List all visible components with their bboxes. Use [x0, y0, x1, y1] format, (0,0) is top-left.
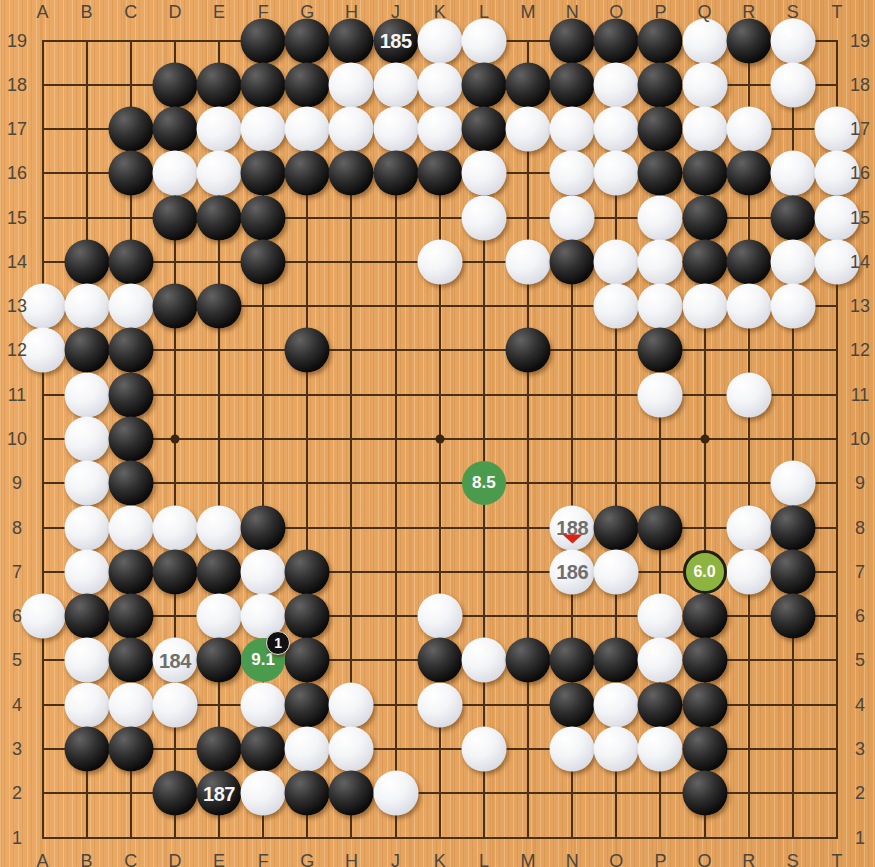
grid-line-vertical — [527, 40, 529, 839]
row-label-right: 13 — [850, 296, 870, 317]
stone-black-C12 — [108, 328, 153, 373]
stone-white-L15 — [461, 195, 506, 240]
row-label-left: 7 — [12, 561, 22, 582]
column-label-bottom: K — [434, 851, 446, 867]
row-label-left: 13 — [7, 296, 27, 317]
stone-white-O7 — [594, 549, 639, 594]
stone-white-P15 — [638, 195, 683, 240]
row-label-left: 16 — [7, 163, 27, 184]
ai-suggestion-L9[interactable]: 8.5 — [462, 461, 506, 505]
stone-white-O18 — [594, 62, 639, 107]
stone-black-F15 — [241, 195, 286, 240]
stone-black-C11 — [108, 372, 153, 417]
stone-black-G16 — [285, 151, 330, 196]
stone-white-B10 — [64, 417, 109, 462]
column-label-bottom: O — [609, 851, 623, 867]
stone-white-G17 — [285, 107, 330, 152]
stone-white-L5 — [461, 638, 506, 683]
stone-black-M18 — [506, 62, 551, 107]
stone-white-R11 — [726, 372, 771, 417]
stone-black-C14 — [108, 239, 153, 284]
stone-black-D7 — [152, 549, 197, 594]
column-label-bottom: G — [300, 851, 314, 867]
row-label-left: 5 — [12, 650, 22, 671]
stone-white-L3 — [461, 726, 506, 771]
ai-sequence-badge: 1 — [266, 631, 290, 655]
star-point — [170, 435, 179, 444]
stone-black-G12 — [285, 328, 330, 373]
move-number-label: 186 — [556, 562, 588, 582]
stone-white-N8: 188 — [550, 505, 595, 550]
stone-black-O19 — [594, 18, 639, 63]
row-label-right: 10 — [850, 429, 870, 450]
stone-black-R19 — [726, 18, 771, 63]
stone-white-N17 — [550, 107, 595, 152]
stone-black-N19 — [550, 18, 595, 63]
stone-white-P14 — [638, 239, 683, 284]
stone-black-B3 — [64, 726, 109, 771]
stone-black-G19 — [285, 18, 330, 63]
stone-white-E16 — [197, 151, 242, 196]
column-label-bottom: B — [81, 851, 93, 867]
column-label-bottom: J — [391, 851, 400, 867]
stone-white-P13 — [638, 284, 683, 329]
stone-black-P4 — [638, 682, 683, 727]
column-label-bottom: R — [742, 851, 755, 867]
stone-white-D16 — [152, 151, 197, 196]
move-number-label: 187 — [203, 783, 235, 803]
row-label-right: 18 — [850, 74, 870, 95]
stone-black-D18 — [152, 62, 197, 107]
stone-black-G5 — [285, 638, 330, 683]
row-label-left: 3 — [12, 738, 22, 759]
stone-white-F17 — [241, 107, 286, 152]
stone-black-S7 — [770, 549, 815, 594]
stone-white-Q17 — [682, 107, 727, 152]
stone-black-Q14 — [682, 239, 727, 284]
stone-white-E17 — [197, 107, 242, 152]
stone-white-L16 — [461, 151, 506, 196]
stone-black-E15 — [197, 195, 242, 240]
stone-black-B12 — [64, 328, 109, 373]
stone-white-B5 — [64, 638, 109, 683]
row-label-right: 9 — [855, 473, 865, 494]
stone-black-G2 — [285, 771, 330, 816]
stone-white-K4 — [417, 682, 462, 727]
column-label-top: C — [124, 2, 137, 23]
stone-black-N14 — [550, 239, 595, 284]
stone-white-H17 — [329, 107, 374, 152]
column-label-top: B — [81, 2, 93, 23]
stone-white-L19 — [461, 18, 506, 63]
stone-white-D4 — [152, 682, 197, 727]
stone-white-K17 — [417, 107, 462, 152]
column-label-top: S — [787, 2, 799, 23]
row-label-right: 14 — [850, 251, 870, 272]
column-label-top: G — [300, 2, 314, 23]
row-label-right: 16 — [850, 163, 870, 184]
stone-black-F19 — [241, 18, 286, 63]
stone-white-M14 — [506, 239, 551, 284]
stone-black-F18 — [241, 62, 286, 107]
stone-black-C5 — [108, 638, 153, 683]
stone-black-Q6 — [682, 594, 727, 639]
stone-white-Q18 — [682, 62, 727, 107]
column-label-top: L — [479, 2, 489, 23]
row-label-left: 9 — [12, 473, 22, 494]
row-label-right: 3 — [855, 738, 865, 759]
row-label-right: 5 — [855, 650, 865, 671]
stone-black-H2 — [329, 771, 374, 816]
row-label-right: 17 — [850, 119, 870, 140]
stone-white-Q13 — [682, 284, 727, 329]
stone-black-E7 — [197, 549, 242, 594]
column-label-top: D — [168, 2, 181, 23]
stone-white-G3 — [285, 726, 330, 771]
row-label-right: 1 — [855, 827, 865, 848]
stone-black-O8 — [594, 505, 639, 550]
row-label-left: 6 — [12, 606, 22, 627]
stone-black-Q4 — [682, 682, 727, 727]
stone-white-R13 — [726, 284, 771, 329]
column-label-top: J — [391, 2, 400, 23]
row-label-left: 2 — [12, 783, 22, 804]
column-label-top: N — [566, 2, 579, 23]
stone-black-F3 — [241, 726, 286, 771]
column-label-bottom: E — [213, 851, 225, 867]
star-point — [700, 435, 709, 444]
column-label-bottom: P — [654, 851, 666, 867]
stone-white-M17 — [506, 107, 551, 152]
stone-black-R14 — [726, 239, 771, 284]
stone-black-P17 — [638, 107, 683, 152]
stone-white-P3 — [638, 726, 683, 771]
row-label-left: 14 — [7, 251, 27, 272]
stone-white-B7 — [64, 549, 109, 594]
column-label-bottom: F — [258, 851, 269, 867]
stone-white-H4 — [329, 682, 374, 727]
stone-white-K19 — [417, 18, 462, 63]
row-label-left: 19 — [7, 30, 27, 51]
stone-white-N16 — [550, 151, 595, 196]
column-label-top: E — [213, 2, 225, 23]
stone-white-F7 — [241, 549, 286, 594]
stone-black-M5 — [506, 638, 551, 683]
stone-white-O13 — [594, 284, 639, 329]
row-label-left: 15 — [7, 207, 27, 228]
stone-black-P12 — [638, 328, 683, 373]
ai-suggestion-Q7[interactable]: 6.0 — [683, 550, 727, 594]
stone-white-C8 — [108, 505, 153, 550]
stone-white-O3 — [594, 726, 639, 771]
stone-black-H19 — [329, 18, 374, 63]
row-label-left: 12 — [7, 340, 27, 361]
stone-white-S9 — [770, 461, 815, 506]
stone-black-S15 — [770, 195, 815, 240]
stone-white-B9 — [64, 461, 109, 506]
stone-white-K6 — [417, 594, 462, 639]
row-label-left: 18 — [7, 74, 27, 95]
stone-black-Q2 — [682, 771, 727, 816]
stone-white-D5: 184 — [152, 638, 197, 683]
column-label-bottom: C — [124, 851, 137, 867]
column-label-top: Q — [698, 2, 712, 23]
stone-white-P11 — [638, 372, 683, 417]
stone-white-J17 — [373, 107, 418, 152]
column-label-bottom: N — [566, 851, 579, 867]
row-label-right: 8 — [855, 517, 865, 538]
stone-white-O4 — [594, 682, 639, 727]
stone-white-A6 — [20, 594, 65, 639]
column-label-top: H — [345, 2, 358, 23]
grid-line-horizontal — [42, 837, 839, 839]
column-label-bottom: D — [168, 851, 181, 867]
column-label-bottom: L — [479, 851, 489, 867]
stone-black-C10 — [108, 417, 153, 462]
stone-white-R7 — [726, 549, 771, 594]
stone-black-N18 — [550, 62, 595, 107]
stone-black-G6 — [285, 594, 330, 639]
column-label-bottom: M — [521, 851, 536, 867]
column-label-bottom: S — [787, 851, 799, 867]
row-label-right: 4 — [855, 694, 865, 715]
column-label-bottom: A — [36, 851, 48, 867]
stone-black-F16 — [241, 151, 286, 196]
column-label-top: A — [36, 2, 48, 23]
stone-black-P16 — [638, 151, 683, 196]
stone-white-E6 — [197, 594, 242, 639]
stone-white-S19 — [770, 18, 815, 63]
stone-white-S18 — [770, 62, 815, 107]
stone-black-Q15 — [682, 195, 727, 240]
stone-black-Q16 — [682, 151, 727, 196]
stone-black-E5 — [197, 638, 242, 683]
stone-black-P18 — [638, 62, 683, 107]
stone-black-G7 — [285, 549, 330, 594]
column-label-top: P — [654, 2, 666, 23]
stone-black-C9 — [108, 461, 153, 506]
stone-black-L18 — [461, 62, 506, 107]
stone-black-M12 — [506, 328, 551, 373]
stone-black-O5 — [594, 638, 639, 683]
stone-white-K18 — [417, 62, 462, 107]
stone-white-N15 — [550, 195, 595, 240]
column-label-top: R — [742, 2, 755, 23]
stone-white-N7: 186 — [550, 549, 595, 594]
stone-black-D17 — [152, 107, 197, 152]
row-label-right: 2 — [855, 783, 865, 804]
stone-black-P8 — [638, 505, 683, 550]
stone-black-J19: 185 — [373, 18, 418, 63]
stone-black-D13 — [152, 284, 197, 329]
stone-white-B13 — [64, 284, 109, 329]
stone-black-K16 — [417, 151, 462, 196]
stone-white-P6 — [638, 594, 683, 639]
move-number-label: 184 — [159, 650, 191, 670]
stone-black-R16 — [726, 151, 771, 196]
stone-black-P19 — [638, 18, 683, 63]
stone-black-C3 — [108, 726, 153, 771]
stone-white-F4 — [241, 682, 286, 727]
stone-white-O14 — [594, 239, 639, 284]
stone-white-J18 — [373, 62, 418, 107]
column-label-top: K — [434, 2, 446, 23]
stone-white-J2 — [373, 771, 418, 816]
stone-black-E3 — [197, 726, 242, 771]
stone-black-E13 — [197, 284, 242, 329]
row-label-left: 17 — [7, 119, 27, 140]
stone-white-C4 — [108, 682, 153, 727]
red-triangle-marker — [562, 534, 582, 543]
stone-white-R17 — [726, 107, 771, 152]
stone-black-D2 — [152, 771, 197, 816]
stone-black-C6 — [108, 594, 153, 639]
stone-white-B4 — [64, 682, 109, 727]
column-label-top: F — [258, 2, 269, 23]
row-label-right: 6 — [855, 606, 865, 627]
move-number-label: 185 — [380, 31, 412, 51]
stone-black-S6 — [770, 594, 815, 639]
stone-white-Q19 — [682, 18, 727, 63]
stone-white-K14 — [417, 239, 462, 284]
stone-black-L17 — [461, 107, 506, 152]
stone-black-D15 — [152, 195, 197, 240]
row-label-left: 4 — [12, 694, 22, 715]
stone-white-P5 — [638, 638, 683, 683]
stone-white-N3 — [550, 726, 595, 771]
stone-black-G4 — [285, 682, 330, 727]
stone-white-O16 — [594, 151, 639, 196]
stone-white-D8 — [152, 505, 197, 550]
star-point — [435, 435, 444, 444]
stone-white-E8 — [197, 505, 242, 550]
column-label-bottom: H — [345, 851, 358, 867]
row-label-right: 11 — [851, 384, 870, 405]
stone-white-H3 — [329, 726, 374, 771]
stone-black-N5 — [550, 638, 595, 683]
stone-black-B14 — [64, 239, 109, 284]
stone-black-H16 — [329, 151, 374, 196]
stone-black-S8 — [770, 505, 815, 550]
stone-white-B8 — [64, 505, 109, 550]
stone-white-O17 — [594, 107, 639, 152]
row-label-left: 10 — [7, 429, 27, 450]
row-label-right: 12 — [850, 340, 870, 361]
row-label-right: 7 — [855, 561, 865, 582]
column-label-top: M — [521, 2, 536, 23]
stone-black-C7 — [108, 549, 153, 594]
column-label-bottom: T — [832, 851, 843, 867]
stone-black-C16 — [108, 151, 153, 196]
row-label-left: 8 — [12, 517, 22, 538]
stone-white-B11 — [64, 372, 109, 417]
stone-black-Q3 — [682, 726, 727, 771]
stone-black-N4 — [550, 682, 595, 727]
stone-white-S14 — [770, 239, 815, 284]
row-label-right: 19 — [850, 30, 870, 51]
stone-white-C13 — [108, 284, 153, 329]
grid-line-horizontal — [42, 482, 839, 484]
stone-black-C17 — [108, 107, 153, 152]
stone-black-G18 — [285, 62, 330, 107]
stone-black-J16 — [373, 151, 418, 196]
row-label-left: 1 — [12, 827, 22, 848]
row-label-right: 15 — [850, 207, 870, 228]
column-label-top: O — [609, 2, 623, 23]
go-board[interactable]: 1851881861841878.59.116.0AABBCCDDEEFFGGH… — [0, 0, 875, 867]
stone-black-F8 — [241, 505, 286, 550]
stone-black-B6 — [64, 594, 109, 639]
stone-black-K5 — [417, 638, 462, 683]
stone-white-R8 — [726, 505, 771, 550]
stone-black-E2: 187 — [197, 771, 242, 816]
column-label-bottom: Q — [698, 851, 712, 867]
stone-white-H18 — [329, 62, 374, 107]
stone-white-S13 — [770, 284, 815, 329]
stone-black-Q5 — [682, 638, 727, 683]
stone-white-F2 — [241, 771, 286, 816]
stone-black-F14 — [241, 239, 286, 284]
row-label-left: 11 — [8, 384, 27, 405]
stone-black-E18 — [197, 62, 242, 107]
column-label-top: T — [832, 2, 843, 23]
stone-white-S16 — [770, 151, 815, 196]
